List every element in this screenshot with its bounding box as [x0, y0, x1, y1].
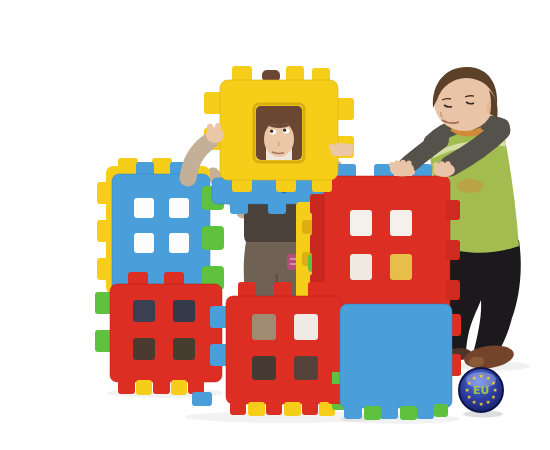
block-yellow-frame	[204, 66, 354, 192]
yellow-tabs	[248, 402, 335, 416]
svg-text:★: ★	[479, 373, 484, 379]
girl-fringe	[262, 108, 296, 128]
block-blue-bottom-right	[328, 294, 461, 420]
right-edge-tabs	[446, 200, 460, 300]
green-tabs	[95, 292, 112, 352]
svg-text:★: ★	[472, 375, 477, 381]
scene-svg: ★ ★ ★ ★ ★ ★ ★ ★ ★ ★ ★ ★ EU	[40, 16, 550, 450]
block-red-lower-left	[95, 272, 222, 395]
svg-text:★: ★	[493, 387, 498, 393]
block-red-upper-right	[310, 164, 460, 312]
svg-text:★: ★	[491, 380, 496, 386]
svg-text:★: ★	[472, 399, 477, 405]
svg-text:★: ★	[479, 401, 484, 407]
svg-text:★: ★	[466, 394, 471, 400]
product-photo: ★ ★ ★ ★ ★ ★ ★ ★ ★ ★ ★ ★ EU	[40, 16, 550, 450]
eu-badge-label: EU	[473, 384, 489, 397]
block-blue-upper-left	[112, 162, 210, 298]
girl-face	[256, 106, 302, 160]
svg-text:★: ★	[486, 399, 491, 405]
girl-right-hand-fingers	[329, 143, 353, 156]
eu-badge: ★ ★ ★ ★ ★ ★ ★ ★ ★ ★ ★ ★ EU	[459, 368, 503, 418]
svg-text:★: ★	[491, 394, 496, 400]
boy-sweater-print	[457, 179, 483, 193]
svg-text:★: ★	[465, 387, 470, 393]
